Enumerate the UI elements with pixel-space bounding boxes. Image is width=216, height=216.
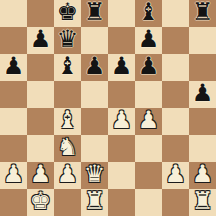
square-c6[interactable]: ♝: [54, 54, 81, 81]
square-g6[interactable]: [162, 54, 189, 81]
square-f4[interactable]: ♟: [135, 108, 162, 135]
white-knight: ♞: [57, 135, 79, 161]
square-g1[interactable]: [162, 189, 189, 216]
square-h2[interactable]: ♟: [189, 162, 216, 189]
square-b3[interactable]: [27, 135, 54, 162]
square-h4[interactable]: [189, 108, 216, 135]
square-h8[interactable]: ♜: [189, 0, 216, 27]
black-rook: ♜: [192, 0, 214, 26]
square-b6[interactable]: [27, 54, 54, 81]
square-h5[interactable]: ♟: [189, 81, 216, 108]
black-pawn: ♟: [3, 54, 25, 80]
square-b7[interactable]: ♟: [27, 27, 54, 54]
square-e3[interactable]: [108, 135, 135, 162]
black-queen: ♛: [57, 27, 79, 53]
square-f2[interactable]: [135, 162, 162, 189]
square-a8[interactable]: [0, 0, 27, 27]
square-g7[interactable]: [162, 27, 189, 54]
square-c8[interactable]: ♚: [54, 0, 81, 27]
square-g3[interactable]: [162, 135, 189, 162]
black-pawn: ♟: [84, 54, 106, 80]
black-pawn: ♟: [138, 27, 160, 53]
square-d5[interactable]: [81, 81, 108, 108]
black-king: ♚: [57, 0, 79, 26]
square-e5[interactable]: [108, 81, 135, 108]
square-g4[interactable]: [162, 108, 189, 135]
white-pawn: ♟: [111, 108, 133, 134]
square-h1[interactable]: ♜: [189, 189, 216, 216]
square-f7[interactable]: ♟: [135, 27, 162, 54]
square-a1[interactable]: [0, 189, 27, 216]
white-pawn: ♟: [30, 162, 52, 188]
square-d4[interactable]: [81, 108, 108, 135]
square-e7[interactable]: [108, 27, 135, 54]
white-pawn: ♟: [138, 108, 160, 134]
square-a5[interactable]: [0, 81, 27, 108]
black-bishop: ♝: [138, 0, 160, 26]
square-d2[interactable]: ♛: [81, 162, 108, 189]
square-d3[interactable]: [81, 135, 108, 162]
square-h3[interactable]: [189, 135, 216, 162]
square-e6[interactable]: ♟: [108, 54, 135, 81]
white-pawn: ♟: [165, 162, 187, 188]
square-b8[interactable]: [27, 0, 54, 27]
square-h7[interactable]: [189, 27, 216, 54]
square-c2[interactable]: ♟: [54, 162, 81, 189]
black-pawn: ♟: [192, 81, 214, 107]
square-d6[interactable]: ♟: [81, 54, 108, 81]
black-bishop: ♝: [57, 54, 79, 80]
white-pawn: ♟: [57, 162, 79, 188]
square-b4[interactable]: [27, 108, 54, 135]
white-king: ♚: [30, 189, 52, 215]
square-f3[interactable]: [135, 135, 162, 162]
square-c5[interactable]: [54, 81, 81, 108]
chess-board: ♚♜♝♜♟♛♟♟♝♟♟♟♟♝♟♟♞♟♟♟♛♟♟♚♜♜: [0, 0, 216, 216]
black-pawn: ♟: [138, 54, 160, 80]
square-c3[interactable]: ♞: [54, 135, 81, 162]
square-b5[interactable]: [27, 81, 54, 108]
square-d7[interactable]: [81, 27, 108, 54]
white-queen: ♛: [84, 162, 106, 188]
square-d1[interactable]: ♜: [81, 189, 108, 216]
square-c7[interactable]: ♛: [54, 27, 81, 54]
square-c4[interactable]: ♝: [54, 108, 81, 135]
white-bishop: ♝: [57, 108, 79, 134]
square-c1[interactable]: [54, 189, 81, 216]
square-e1[interactable]: [108, 189, 135, 216]
square-e4[interactable]: ♟: [108, 108, 135, 135]
white-rook: ♜: [84, 189, 106, 215]
square-f8[interactable]: ♝: [135, 0, 162, 27]
square-b1[interactable]: ♚: [27, 189, 54, 216]
white-pawn: ♟: [3, 162, 25, 188]
square-f6[interactable]: ♟: [135, 54, 162, 81]
square-g8[interactable]: [162, 0, 189, 27]
square-f5[interactable]: [135, 81, 162, 108]
square-b2[interactable]: ♟: [27, 162, 54, 189]
white-rook: ♜: [192, 189, 214, 215]
square-a6[interactable]: ♟: [0, 54, 27, 81]
square-a7[interactable]: [0, 27, 27, 54]
square-a3[interactable]: [0, 135, 27, 162]
square-d8[interactable]: ♜: [81, 0, 108, 27]
square-a2[interactable]: ♟: [0, 162, 27, 189]
square-a4[interactable]: [0, 108, 27, 135]
black-pawn: ♟: [111, 54, 133, 80]
square-f1[interactable]: [135, 189, 162, 216]
square-e2[interactable]: [108, 162, 135, 189]
square-e8[interactable]: [108, 0, 135, 27]
square-g5[interactable]: [162, 81, 189, 108]
square-g2[interactable]: ♟: [162, 162, 189, 189]
black-rook: ♜: [84, 0, 106, 26]
square-h6[interactable]: [189, 54, 216, 81]
black-pawn: ♟: [30, 27, 52, 53]
white-pawn: ♟: [192, 162, 214, 188]
